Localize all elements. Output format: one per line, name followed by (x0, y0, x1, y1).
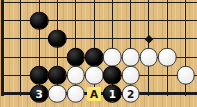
white-stone: 2 (121, 84, 140, 103)
black-stone (48, 66, 67, 85)
white-stone (85, 66, 104, 85)
black-stone (66, 48, 85, 67)
white-stone (121, 48, 140, 67)
hoshi-star-point-icon (145, 35, 153, 43)
black-stone: 3 (30, 84, 49, 103)
grid-line-horizontal (1, 2, 197, 3)
black-stone (30, 11, 49, 30)
white-stone (121, 66, 140, 85)
black-stone (85, 48, 104, 67)
white-stone (66, 66, 85, 85)
grid-line-vertical (20, 0, 21, 96)
move-number-label: 3 (35, 88, 42, 99)
black-stone (103, 66, 122, 85)
go-board: 312A (0, 0, 197, 107)
white-stone (103, 48, 122, 67)
board-edge-left-line (1, 0, 4, 96)
move-number-label: 2 (127, 88, 134, 99)
white-stone (176, 66, 195, 85)
white-stone (158, 48, 177, 67)
white-stone (66, 84, 85, 103)
point-marker-A: A (87, 87, 101, 101)
black-stone: 1 (103, 84, 122, 103)
grid-line-horizontal (1, 38, 197, 39)
black-stone (30, 66, 49, 85)
black-stone (48, 30, 67, 49)
white-stone (48, 84, 67, 103)
white-stone (140, 48, 159, 67)
move-number-label: 1 (109, 88, 116, 99)
